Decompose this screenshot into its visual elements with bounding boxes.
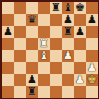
- square-e3[interactable]: [50, 62, 62, 74]
- square-e4[interactable]: [50, 50, 62, 62]
- square-e2[interactable]: [50, 74, 62, 86]
- square-d7[interactable]: [38, 14, 50, 26]
- square-h2[interactable]: ♚: [86, 74, 98, 86]
- square-c7[interactable]: ♛: [26, 14, 38, 26]
- square-c1[interactable]: ♜: [26, 86, 38, 98]
- board-border: ♜♝♚♛♟♟♟♜♟♜♝♟♟♟♟♚♜: [0, 0, 99, 99]
- piece-black-rook-e8[interactable]: ♜: [51, 2, 61, 14]
- square-a1[interactable]: [2, 86, 14, 98]
- square-c4[interactable]: [26, 50, 38, 62]
- piece-white-pawn-f4[interactable]: ♟: [63, 50, 73, 62]
- square-b8[interactable]: [14, 2, 26, 14]
- square-f1[interactable]: [62, 86, 74, 98]
- piece-white-king-h2[interactable]: ♚: [87, 74, 97, 86]
- piece-white-pawn-g2[interactable]: ♟: [75, 74, 85, 86]
- piece-black-pawn-g6[interactable]: ♟: [75, 26, 85, 38]
- square-g1[interactable]: [74, 86, 86, 98]
- square-b1[interactable]: [14, 86, 26, 98]
- square-b5[interactable]: [14, 38, 26, 50]
- square-d3[interactable]: [38, 62, 50, 74]
- square-e8[interactable]: ♜: [50, 2, 62, 14]
- square-g2[interactable]: ♟: [74, 74, 86, 86]
- square-f2[interactable]: [62, 74, 74, 86]
- piece-black-pawn-a6[interactable]: ♟: [3, 26, 13, 38]
- square-g6[interactable]: ♟: [74, 26, 86, 38]
- square-f3[interactable]: [62, 62, 74, 74]
- square-e6[interactable]: [50, 26, 62, 38]
- piece-black-rook-c1[interactable]: ♜: [27, 86, 37, 98]
- square-d2[interactable]: [38, 74, 50, 86]
- square-a6[interactable]: ♟: [2, 26, 14, 38]
- square-b4[interactable]: [14, 50, 26, 62]
- piece-black-rook-f6[interactable]: ♜: [63, 26, 73, 38]
- chess-board: ♜♝♚♛♟♟♟♜♟♜♝♟♟♟♟♚♜: [2, 2, 98, 98]
- piece-black-pawn-h7[interactable]: ♟: [87, 14, 97, 26]
- square-f4[interactable]: ♟: [62, 50, 74, 62]
- square-d4[interactable]: ♝: [38, 50, 50, 62]
- piece-white-bishop-d4[interactable]: ♝: [39, 50, 49, 62]
- square-h7[interactable]: ♟: [86, 14, 98, 26]
- square-b2[interactable]: [14, 74, 26, 86]
- square-g4[interactable]: [74, 50, 86, 62]
- square-a4[interactable]: [2, 50, 14, 62]
- square-a5[interactable]: [2, 38, 14, 50]
- square-d1[interactable]: [38, 86, 50, 98]
- square-e7[interactable]: [50, 14, 62, 26]
- piece-black-king-g8[interactable]: ♚: [75, 2, 85, 14]
- square-c5[interactable]: [26, 38, 38, 50]
- square-g8[interactable]: ♚: [74, 2, 86, 14]
- square-h5[interactable]: [86, 38, 98, 50]
- square-e1[interactable]: [50, 86, 62, 98]
- square-g5[interactable]: [74, 38, 86, 50]
- square-c6[interactable]: [26, 26, 38, 38]
- square-d8[interactable]: [38, 2, 50, 14]
- piece-black-queen-c7[interactable]: ♛: [27, 14, 37, 26]
- square-h6[interactable]: [86, 26, 98, 38]
- square-a8[interactable]: [2, 2, 14, 14]
- square-a2[interactable]: [2, 74, 14, 86]
- square-b7[interactable]: [14, 14, 26, 26]
- square-f6[interactable]: ♜: [62, 26, 74, 38]
- square-a3[interactable]: [2, 62, 14, 74]
- square-h1[interactable]: [86, 86, 98, 98]
- square-b3[interactable]: [14, 62, 26, 74]
- square-e5[interactable]: [50, 38, 62, 50]
- square-b6[interactable]: [14, 26, 26, 38]
